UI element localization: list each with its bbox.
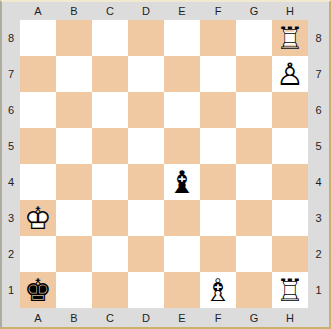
square-b7[interactable] bbox=[56, 56, 92, 92]
chess-board: ABCDEFGH8♜♖87♟♙766554♝43♚♔3221♚♝♗♜♖1ABCD… bbox=[2, 2, 329, 327]
square-b8[interactable] bbox=[56, 20, 92, 56]
square-g1[interactable] bbox=[236, 272, 272, 308]
square-d1[interactable] bbox=[128, 272, 164, 308]
rank-label-7-left: 7 bbox=[2, 56, 20, 92]
black-king-icon: ♚ bbox=[20, 272, 56, 308]
file-label-a-top: A bbox=[20, 2, 56, 20]
square-f7[interactable] bbox=[200, 56, 236, 92]
square-b1[interactable] bbox=[56, 272, 92, 308]
square-a3[interactable]: ♚♔ bbox=[20, 200, 56, 236]
white-king-icon: ♔ bbox=[20, 200, 56, 236]
square-d7[interactable] bbox=[128, 56, 164, 92]
square-g7[interactable] bbox=[236, 56, 272, 92]
rank-label-2-right: 2 bbox=[308, 236, 329, 272]
square-g3[interactable] bbox=[236, 200, 272, 236]
board-frame: ABCDEFGH8♜♖87♟♙766554♝43♚♔3221♚♝♗♜♖1ABCD… bbox=[0, 0, 331, 329]
square-a8[interactable] bbox=[20, 20, 56, 56]
piece-white-king[interactable]: ♚♔ bbox=[20, 200, 56, 236]
square-h8[interactable]: ♜♖ bbox=[272, 20, 308, 56]
square-e7[interactable] bbox=[164, 56, 200, 92]
square-f3[interactable] bbox=[200, 200, 236, 236]
piece-white-rook[interactable]: ♜♖ bbox=[272, 272, 308, 308]
rank-label-4-right: 4 bbox=[308, 164, 329, 200]
white-pawn-icon: ♙ bbox=[272, 56, 308, 92]
square-d4[interactable] bbox=[128, 164, 164, 200]
square-c3[interactable] bbox=[92, 200, 128, 236]
piece-white-bishop[interactable]: ♝♗ bbox=[200, 272, 236, 308]
corner-label-spacer bbox=[2, 2, 20, 20]
square-e3[interactable] bbox=[164, 200, 200, 236]
file-label-b-bottom: B bbox=[56, 308, 92, 327]
square-d6[interactable] bbox=[128, 92, 164, 128]
square-f5[interactable] bbox=[200, 128, 236, 164]
square-f1[interactable]: ♝♗ bbox=[200, 272, 236, 308]
square-h7[interactable]: ♟♙ bbox=[272, 56, 308, 92]
square-c8[interactable] bbox=[92, 20, 128, 56]
piece-white-rook[interactable]: ♜♖ bbox=[272, 20, 308, 56]
square-e1[interactable] bbox=[164, 272, 200, 308]
corner-label-spacer bbox=[308, 308, 329, 327]
rank-label-5-left: 5 bbox=[2, 128, 20, 164]
file-label-c-top: C bbox=[92, 2, 128, 20]
square-c4[interactable] bbox=[92, 164, 128, 200]
white-bishop-icon: ♗ bbox=[200, 272, 236, 308]
square-h3[interactable] bbox=[272, 200, 308, 236]
square-d8[interactable] bbox=[128, 20, 164, 56]
square-b3[interactable] bbox=[56, 200, 92, 236]
rank-label-8-left: 8 bbox=[2, 20, 20, 56]
rank-label-5-right: 5 bbox=[308, 128, 329, 164]
square-h1[interactable]: ♜♖ bbox=[272, 272, 308, 308]
square-f8[interactable] bbox=[200, 20, 236, 56]
square-e5[interactable] bbox=[164, 128, 200, 164]
square-g8[interactable] bbox=[236, 20, 272, 56]
square-c5[interactable] bbox=[92, 128, 128, 164]
square-g5[interactable] bbox=[236, 128, 272, 164]
square-b5[interactable] bbox=[56, 128, 92, 164]
square-g4[interactable] bbox=[236, 164, 272, 200]
square-d2[interactable] bbox=[128, 236, 164, 272]
rank-label-3-right: 3 bbox=[308, 200, 329, 236]
file-label-d-top: D bbox=[128, 2, 164, 20]
rank-label-6-left: 6 bbox=[2, 92, 20, 128]
square-e2[interactable] bbox=[164, 236, 200, 272]
rank-label-2-left: 2 bbox=[2, 236, 20, 272]
file-label-f-top: F bbox=[200, 2, 236, 20]
corner-label-spacer bbox=[2, 308, 20, 327]
file-label-a-bottom: A bbox=[20, 308, 56, 327]
rank-label-6-right: 6 bbox=[308, 92, 329, 128]
square-b2[interactable] bbox=[56, 236, 92, 272]
square-a4[interactable] bbox=[20, 164, 56, 200]
square-a1[interactable]: ♚ bbox=[20, 272, 56, 308]
file-label-c-bottom: C bbox=[92, 308, 128, 327]
square-c1[interactable] bbox=[92, 272, 128, 308]
rank-label-3-left: 3 bbox=[2, 200, 20, 236]
piece-black-king[interactable]: ♚ bbox=[20, 272, 56, 308]
square-a7[interactable] bbox=[20, 56, 56, 92]
square-h5[interactable] bbox=[272, 128, 308, 164]
file-label-d-bottom: D bbox=[128, 308, 164, 327]
file-label-f-bottom: F bbox=[200, 308, 236, 327]
rank-label-1-left: 1 bbox=[2, 272, 20, 308]
file-label-h-top: H bbox=[272, 2, 308, 20]
square-c2[interactable] bbox=[92, 236, 128, 272]
white-rook-icon: ♖ bbox=[272, 272, 308, 308]
square-g2[interactable] bbox=[236, 236, 272, 272]
square-b4[interactable] bbox=[56, 164, 92, 200]
square-c7[interactable] bbox=[92, 56, 128, 92]
rank-label-7-right: 7 bbox=[308, 56, 329, 92]
square-d3[interactable] bbox=[128, 200, 164, 236]
square-c6[interactable] bbox=[92, 92, 128, 128]
square-a2[interactable] bbox=[20, 236, 56, 272]
square-f4[interactable] bbox=[200, 164, 236, 200]
file-label-g-top: G bbox=[236, 2, 272, 20]
black-bishop-icon: ♝ bbox=[164, 164, 200, 200]
rank-label-4-left: 4 bbox=[2, 164, 20, 200]
file-label-h-bottom: H bbox=[272, 308, 308, 327]
square-b6[interactable] bbox=[56, 92, 92, 128]
square-h6[interactable] bbox=[272, 92, 308, 128]
file-label-e-bottom: E bbox=[164, 308, 200, 327]
rank-label-1-right: 1 bbox=[308, 272, 329, 308]
file-label-e-top: E bbox=[164, 2, 200, 20]
square-f6[interactable] bbox=[200, 92, 236, 128]
file-label-b-top: B bbox=[56, 2, 92, 20]
square-g6[interactable] bbox=[236, 92, 272, 128]
square-a5[interactable] bbox=[20, 128, 56, 164]
square-e8[interactable] bbox=[164, 20, 200, 56]
square-d5[interactable] bbox=[128, 128, 164, 164]
file-label-g-bottom: G bbox=[236, 308, 272, 327]
corner-label-spacer bbox=[308, 2, 329, 20]
piece-white-pawn[interactable]: ♟♙ bbox=[272, 56, 308, 92]
square-h2[interactable] bbox=[272, 236, 308, 272]
square-h4[interactable] bbox=[272, 164, 308, 200]
piece-black-bishop[interactable]: ♝ bbox=[164, 164, 200, 200]
square-e4[interactable]: ♝ bbox=[164, 164, 200, 200]
square-a6[interactable] bbox=[20, 92, 56, 128]
rank-label-8-right: 8 bbox=[308, 20, 329, 56]
square-f2[interactable] bbox=[200, 236, 236, 272]
white-rook-icon: ♖ bbox=[272, 20, 308, 56]
square-e6[interactable] bbox=[164, 92, 200, 128]
